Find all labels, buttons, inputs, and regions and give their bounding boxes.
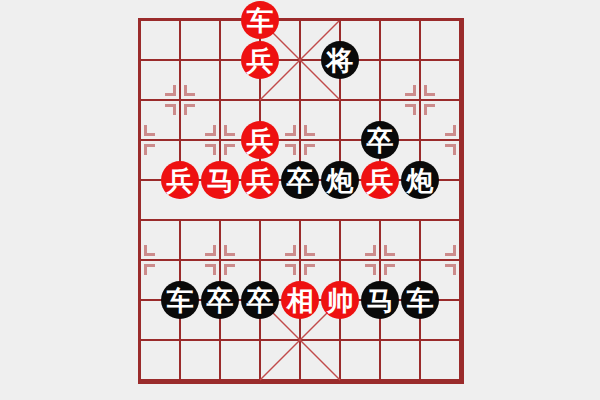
point-marker-corner	[205, 144, 216, 155]
piece-red-soldier[interactable]: 兵	[241, 161, 279, 199]
piece-black-horse[interactable]: 马	[361, 281, 399, 319]
point-marker-corner	[445, 245, 456, 256]
point-marker-corner	[285, 144, 296, 155]
piece-black-soldier[interactable]: 卒	[201, 281, 239, 319]
point-marker	[405, 85, 435, 115]
point-marker-corner	[304, 264, 315, 275]
point-marker	[365, 245, 395, 275]
piece-black-soldier[interactable]: 卒	[281, 161, 319, 199]
point-marker-corner	[165, 104, 176, 115]
point-marker-corner	[445, 125, 456, 136]
point-marker-corner	[384, 245, 395, 256]
piece-red-soldier[interactable]: 兵	[241, 121, 279, 159]
point-marker-corner	[384, 264, 395, 275]
xiangqi-diagram: 车兵将兵卒兵马兵卒炮兵炮车卒卒相帅马车	[0, 0, 600, 400]
point-marker-corner	[285, 125, 296, 136]
point-marker-corner	[224, 245, 235, 256]
point-marker-corner	[365, 264, 376, 275]
point-marker-corner	[405, 85, 416, 96]
point-marker-corner	[144, 125, 155, 136]
point-marker	[205, 245, 235, 275]
board-frame	[138, 18, 464, 384]
point-marker-corner	[224, 264, 235, 275]
piece-black-cannon[interactable]: 炮	[321, 161, 359, 199]
point-marker	[205, 125, 235, 155]
point-marker-corner	[285, 264, 296, 275]
point-marker-corner	[424, 85, 435, 96]
piece-black-soldier[interactable]: 卒	[361, 121, 399, 159]
point-marker-corner	[205, 125, 216, 136]
point-marker	[125, 125, 155, 155]
piece-black-soldier[interactable]: 卒	[241, 281, 279, 319]
point-marker	[125, 245, 155, 275]
point-marker	[285, 125, 315, 155]
point-marker	[445, 245, 475, 275]
piece-red-general[interactable]: 帅	[321, 281, 359, 319]
point-marker-corner	[445, 264, 456, 275]
point-marker	[445, 125, 475, 155]
point-marker-corner	[405, 104, 416, 115]
point-marker-corner	[144, 245, 155, 256]
piece-black-chariot[interactable]: 车	[161, 281, 199, 319]
point-marker-corner	[144, 264, 155, 275]
point-marker-corner	[304, 125, 315, 136]
point-marker-corner	[205, 264, 216, 275]
point-marker-corner	[184, 85, 195, 96]
piece-red-soldier[interactable]: 兵	[161, 161, 199, 199]
point-marker	[165, 85, 195, 115]
point-marker-corner	[285, 245, 296, 256]
point-marker-corner	[304, 245, 315, 256]
point-marker	[285, 245, 315, 275]
piece-black-cannon[interactable]: 炮	[401, 161, 439, 199]
xiangqi-board: 车兵将兵卒兵马兵卒炮兵炮车卒卒相帅马车	[140, 20, 460, 380]
point-marker-corner	[144, 144, 155, 155]
point-marker-corner	[424, 104, 435, 115]
piece-red-horse[interactable]: 马	[201, 161, 239, 199]
piece-red-soldier[interactable]: 兵	[361, 161, 399, 199]
point-marker-corner	[445, 144, 456, 155]
piece-black-general[interactable]: 将	[321, 41, 359, 79]
piece-black-chariot[interactable]: 车	[401, 281, 439, 319]
piece-red-elephant[interactable]: 相	[281, 281, 319, 319]
point-marker-corner	[165, 85, 176, 96]
piece-red-soldier[interactable]: 兵	[241, 41, 279, 79]
point-marker-corner	[224, 125, 235, 136]
point-marker-corner	[365, 245, 376, 256]
piece-red-chariot[interactable]: 车	[241, 1, 279, 39]
point-marker-corner	[205, 245, 216, 256]
point-marker-corner	[304, 144, 315, 155]
point-marker-corner	[184, 104, 195, 115]
point-marker-corner	[224, 144, 235, 155]
